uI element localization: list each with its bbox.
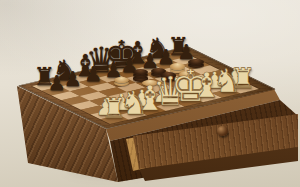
drawer-knob[interactable] <box>217 126 228 136</box>
checker-disc-light[interactable] <box>114 77 129 83</box>
chess-piece-dark-pawn[interactable]: ♟ <box>64 69 83 90</box>
chess-set-product-photo: ♜♞♝♛♚♝♞♜♟♟♟♟♟♟♟♟♟♟♟♟♟♟♟♟♜♞♝♛♚♝♞♜ <box>0 0 300 187</box>
chess-piece-light-rook[interactable]: ♜ <box>230 65 255 93</box>
chess-piece-dark-pawn[interactable]: ♟ <box>84 64 103 85</box>
chess-piece-light-bishop[interactable]: ♝ <box>134 81 165 116</box>
chess-piece-light-bishop[interactable]: ♝ <box>191 68 222 103</box>
